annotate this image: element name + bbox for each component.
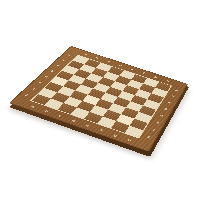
- chessboard-product-photo: abcdefgh abcdefgh 87654321 87654321: [0, 0, 200, 200]
